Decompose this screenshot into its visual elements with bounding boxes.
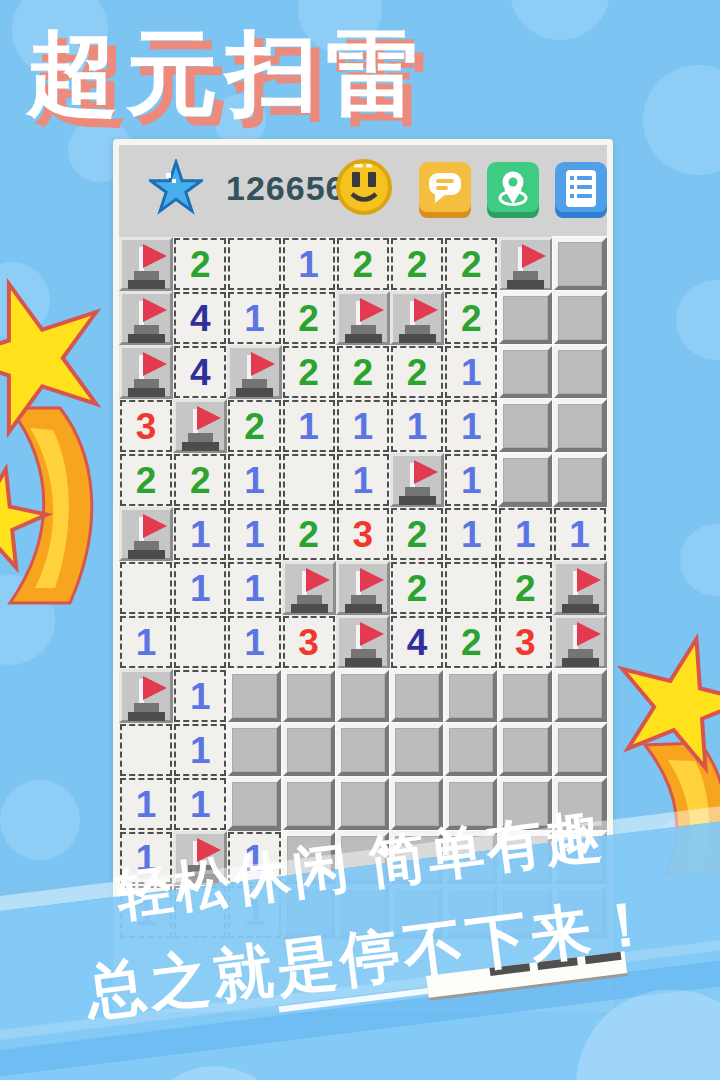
cell-open-number[interactable]: 1 xyxy=(173,777,227,831)
cell-open-number[interactable]: 1 xyxy=(227,615,281,669)
mine-count: 2 xyxy=(136,462,157,499)
cell-hidden[interactable] xyxy=(227,669,281,723)
cell-open-number[interactable]: 1 xyxy=(553,507,607,561)
cell-open-number[interactable]: 1 xyxy=(227,561,281,615)
cell-open-number[interactable]: 2 xyxy=(336,237,390,291)
cell-hidden[interactable] xyxy=(498,669,552,723)
cell-open-number[interactable]: 2 xyxy=(282,345,336,399)
mine-count: 1 xyxy=(407,408,428,445)
cell-open-number[interactable]: 3 xyxy=(336,507,390,561)
cell-flagged[interactable] xyxy=(119,291,173,345)
flag-base xyxy=(128,334,165,343)
cell-flagged[interactable] xyxy=(336,291,390,345)
flag-base xyxy=(128,388,165,397)
cell-open-number[interactable]: 1 xyxy=(390,399,444,453)
cell-flagged[interactable] xyxy=(173,399,227,453)
mine-count: 1 xyxy=(244,516,265,553)
flag-icon xyxy=(577,622,601,646)
cell-open-empty[interactable] xyxy=(119,561,173,615)
cell-open-number[interactable]: 2 xyxy=(173,453,227,507)
mine-count: 1 xyxy=(515,516,536,553)
flag-base xyxy=(182,442,219,451)
cell-open-number[interactable]: 2 xyxy=(444,291,498,345)
flag-base xyxy=(345,604,382,613)
cell-hidden[interactable] xyxy=(553,345,607,399)
cell-open-number[interactable]: 2 xyxy=(498,561,552,615)
cell-open-number[interactable]: 2 xyxy=(390,237,444,291)
mine-count: 4 xyxy=(190,354,211,391)
flag-icon xyxy=(306,568,330,592)
flag-base xyxy=(562,658,599,667)
flag-icon xyxy=(360,622,384,646)
cell-flagged[interactable] xyxy=(282,561,336,615)
mine-count: 2 xyxy=(461,246,482,283)
mine-count: 1 xyxy=(190,570,211,607)
mine-count: 2 xyxy=(407,246,428,283)
cell-hidden[interactable] xyxy=(553,399,607,453)
mine-count: 2 xyxy=(407,516,428,553)
cell-flagged[interactable] xyxy=(390,453,444,507)
cell-open-number[interactable]: 2 xyxy=(282,507,336,561)
cell-open-number[interactable]: 1 xyxy=(444,507,498,561)
cell-open-number[interactable]: 2 xyxy=(173,237,227,291)
app-screen: { "game": "minesweeper", "title": "超元扫雷"… xyxy=(0,0,720,1080)
mine-count: 2 xyxy=(515,570,536,607)
mine-count: 1 xyxy=(244,624,265,661)
cell-flagged[interactable] xyxy=(553,561,607,615)
cell-hidden[interactable] xyxy=(444,669,498,723)
flag-icon xyxy=(360,568,384,592)
flag-icon xyxy=(414,298,438,322)
smiley-face-button[interactable] xyxy=(334,156,394,218)
cell-open-number[interactable]: 1 xyxy=(282,399,336,453)
cell-hidden[interactable] xyxy=(282,669,336,723)
cell-hidden[interactable] xyxy=(498,723,552,777)
cell-open-number[interactable]: 2 xyxy=(119,453,173,507)
flag-base xyxy=(128,550,165,559)
cell-hidden[interactable] xyxy=(390,669,444,723)
cell-hidden[interactable] xyxy=(444,723,498,777)
flag-icon xyxy=(143,298,167,322)
mine-count: 1 xyxy=(136,624,157,661)
flag-base xyxy=(399,334,436,343)
star-icon xyxy=(149,159,203,219)
mine-count: 4 xyxy=(407,624,428,661)
status-bar: 126656 xyxy=(119,145,607,237)
chat-button[interactable] xyxy=(419,162,471,219)
cell-open-number[interactable]: 3 xyxy=(119,399,173,453)
location-button[interactable] xyxy=(487,162,539,219)
mine-count: 1 xyxy=(190,516,211,553)
cell-hidden[interactable] xyxy=(336,723,390,777)
mine-count: 2 xyxy=(298,516,319,553)
cell-flagged[interactable] xyxy=(336,561,390,615)
cell-open-number[interactable]: 1 xyxy=(498,507,552,561)
flag-icon xyxy=(143,514,167,538)
cell-open-number[interactable]: 1 xyxy=(227,507,281,561)
cell-hidden[interactable] xyxy=(553,723,607,777)
flag-base xyxy=(236,388,273,397)
flag-base xyxy=(345,334,382,343)
flag-base xyxy=(562,604,599,613)
cell-open-number[interactable]: 1 xyxy=(282,237,336,291)
flag-icon xyxy=(360,298,384,322)
mine-count: 2 xyxy=(353,246,374,283)
cell-flagged[interactable] xyxy=(119,507,173,561)
banner-bubble xyxy=(131,1058,298,1080)
cell-hidden[interactable] xyxy=(498,291,552,345)
cell-open-empty[interactable] xyxy=(227,237,281,291)
cell-open-number[interactable]: 3 xyxy=(498,615,552,669)
cell-flagged[interactable] xyxy=(336,615,390,669)
game-title: 超元扫雷 xyxy=(26,12,426,136)
flag-icon xyxy=(577,568,601,592)
cell-open-empty[interactable] xyxy=(173,615,227,669)
cell-hidden[interactable] xyxy=(336,669,390,723)
cell-open-number[interactable]: 2 xyxy=(390,561,444,615)
cell-open-number[interactable]: 2 xyxy=(390,507,444,561)
cell-open-number[interactable]: 1 xyxy=(444,399,498,453)
cell-hidden[interactable] xyxy=(553,669,607,723)
cell-open-number[interactable]: 4 xyxy=(390,615,444,669)
mine-count: 3 xyxy=(515,624,536,661)
cell-open-empty[interactable] xyxy=(282,453,336,507)
cell-open-number[interactable]: 4 xyxy=(173,291,227,345)
cell-open-number[interactable]: 1 xyxy=(173,561,227,615)
mine-count: 2 xyxy=(298,354,319,391)
cell-hidden[interactable] xyxy=(227,777,281,831)
cell-open-number[interactable]: 1 xyxy=(227,291,281,345)
flag-base xyxy=(291,604,328,613)
cell-open-number[interactable]: 2 xyxy=(444,237,498,291)
flag-base xyxy=(345,658,382,667)
mine-count: 1 xyxy=(298,408,319,445)
cell-open-number[interactable]: 1 xyxy=(336,453,390,507)
flag-icon xyxy=(414,460,438,484)
cell-open-number[interactable]: 1 xyxy=(444,345,498,399)
mine-count: 1 xyxy=(461,408,482,445)
cell-open-number[interactable]: 1 xyxy=(119,777,173,831)
flag-icon xyxy=(251,352,275,376)
flag-icon xyxy=(143,352,167,376)
cell-open-number[interactable]: 2 xyxy=(227,399,281,453)
cell-open-number[interactable]: 1 xyxy=(336,399,390,453)
mine-count: 1 xyxy=(298,246,319,283)
cell-open-number[interactable]: 1 xyxy=(444,453,498,507)
mine-count: 2 xyxy=(461,300,482,337)
cell-flagged[interactable] xyxy=(119,669,173,723)
mine-count: 1 xyxy=(569,516,590,553)
mine-count: 1 xyxy=(244,570,265,607)
flag-icon xyxy=(522,244,546,268)
cell-hidden[interactable] xyxy=(390,723,444,777)
mine-count: 2 xyxy=(244,408,265,445)
mine-count: 1 xyxy=(136,786,157,823)
cell-hidden[interactable] xyxy=(282,777,336,831)
mine-count: 4 xyxy=(190,300,211,337)
cell-hidden[interactable] xyxy=(498,345,552,399)
mine-count: 1 xyxy=(190,732,211,769)
cell-hidden[interactable] xyxy=(498,453,552,507)
cell-open-number[interactable]: 1 xyxy=(173,669,227,723)
cell-open-number[interactable]: 2 xyxy=(336,345,390,399)
cell-open-number[interactable]: 4 xyxy=(173,345,227,399)
cell-open-empty[interactable] xyxy=(119,723,173,777)
cell-open-number[interactable]: 2 xyxy=(444,615,498,669)
cell-flagged[interactable] xyxy=(227,345,281,399)
cell-hidden[interactable] xyxy=(498,399,552,453)
mine-count: 1 xyxy=(244,462,265,499)
mine-count: 1 xyxy=(190,786,211,823)
mine-count: 3 xyxy=(353,516,374,553)
mine-count: 3 xyxy=(298,624,319,661)
mine-count: 2 xyxy=(461,624,482,661)
cell-hidden[interactable] xyxy=(282,723,336,777)
cell-hidden[interactable] xyxy=(227,723,281,777)
cell-hidden[interactable] xyxy=(336,777,390,831)
mine-count: 3 xyxy=(136,408,157,445)
mine-count: 1 xyxy=(353,408,374,445)
mine-count: 1 xyxy=(461,462,482,499)
cell-hidden[interactable] xyxy=(553,237,607,291)
cell-open-number[interactable]: 2 xyxy=(390,345,444,399)
cell-flagged[interactable] xyxy=(119,237,173,291)
cell-flagged[interactable] xyxy=(119,345,173,399)
flag-base xyxy=(128,280,165,289)
mine-count: 1 xyxy=(244,300,265,337)
flag-icon xyxy=(143,676,167,700)
cell-open-number[interactable]: 1 xyxy=(227,453,281,507)
mine-count: 2 xyxy=(407,354,428,391)
flag-icon xyxy=(143,244,167,268)
mine-count: 2 xyxy=(407,570,428,607)
cell-flagged[interactable] xyxy=(498,237,552,291)
mine-count: 2 xyxy=(353,354,374,391)
cell-flagged[interactable] xyxy=(553,615,607,669)
cell-hidden[interactable] xyxy=(553,453,607,507)
score-value: 126656 xyxy=(226,169,345,208)
mine-count: 1 xyxy=(461,516,482,553)
cell-open-number[interactable]: 1 xyxy=(173,507,227,561)
flag-base xyxy=(399,496,436,505)
cell-flagged[interactable] xyxy=(390,291,444,345)
cell-open-number[interactable]: 2 xyxy=(282,291,336,345)
flag-icon xyxy=(197,406,221,430)
mine-count: 2 xyxy=(190,246,211,283)
cell-open-number[interactable]: 3 xyxy=(282,615,336,669)
flag-base xyxy=(507,280,544,289)
cell-open-number[interactable]: 1 xyxy=(119,615,173,669)
cell-hidden[interactable] xyxy=(553,291,607,345)
mine-count: 1 xyxy=(353,462,374,499)
mine-count: 2 xyxy=(298,300,319,337)
cell-open-empty[interactable] xyxy=(444,561,498,615)
mine-count: 2 xyxy=(190,462,211,499)
cell-open-number[interactable]: 1 xyxy=(173,723,227,777)
flag-base xyxy=(128,712,165,721)
mine-count: 1 xyxy=(190,678,211,715)
list-button[interactable] xyxy=(555,162,607,219)
mine-count: 1 xyxy=(461,354,482,391)
